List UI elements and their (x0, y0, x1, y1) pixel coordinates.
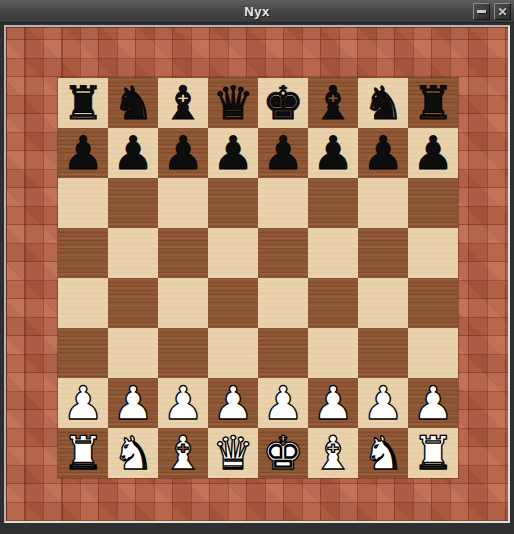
square-d2[interactable]: ♟ (208, 378, 258, 428)
square-h2[interactable]: ♟ (408, 378, 458, 428)
square-d3[interactable] (208, 328, 258, 378)
square-h7[interactable]: ♟ (408, 128, 458, 178)
piece-white-rook: ♜ (62, 428, 103, 478)
piece-black-knight: ♞ (112, 78, 153, 128)
piece-white-knight: ♞ (112, 428, 153, 478)
piece-black-pawn: ♟ (112, 128, 153, 178)
square-a1[interactable]: ♜ (58, 428, 108, 478)
piece-white-pawn: ♟ (262, 378, 303, 428)
piece-black-pawn: ♟ (62, 128, 103, 178)
piece-black-pawn: ♟ (312, 128, 353, 178)
window-title: Nyx (244, 4, 269, 19)
square-e1[interactable]: ♚ (258, 428, 308, 478)
square-a6[interactable] (58, 178, 108, 228)
minimize-button[interactable] (473, 3, 490, 20)
square-d8[interactable]: ♛ (208, 78, 258, 128)
piece-black-pawn: ♟ (412, 128, 453, 178)
square-b2[interactable]: ♟ (108, 378, 158, 428)
piece-black-rook: ♜ (412, 78, 453, 128)
square-g4[interactable] (358, 278, 408, 328)
square-c8[interactable]: ♝ (158, 78, 208, 128)
square-d4[interactable] (208, 278, 258, 328)
square-c2[interactable]: ♟ (158, 378, 208, 428)
square-d6[interactable] (208, 178, 258, 228)
square-e6[interactable] (258, 178, 308, 228)
square-b7[interactable]: ♟ (108, 128, 158, 178)
square-d1[interactable]: ♛ (208, 428, 258, 478)
square-e2[interactable]: ♟ (258, 378, 308, 428)
piece-black-knight: ♞ (362, 78, 403, 128)
piece-white-bishop: ♝ (312, 428, 353, 478)
piece-white-pawn: ♟ (412, 378, 453, 428)
piece-white-king: ♚ (262, 428, 303, 478)
piece-white-pawn: ♟ (112, 378, 153, 428)
square-h6[interactable] (408, 178, 458, 228)
square-g1[interactable]: ♞ (358, 428, 408, 478)
square-b1[interactable]: ♞ (108, 428, 158, 478)
square-h1[interactable]: ♜ (408, 428, 458, 478)
piece-white-knight: ♞ (362, 428, 403, 478)
piece-white-pawn: ♟ (62, 378, 103, 428)
square-e7[interactable]: ♟ (258, 128, 308, 178)
square-c5[interactable] (158, 228, 208, 278)
square-g3[interactable] (358, 328, 408, 378)
piece-black-king: ♚ (262, 78, 303, 128)
square-h4[interactable] (408, 278, 458, 328)
piece-black-bishop: ♝ (162, 78, 203, 128)
square-a5[interactable] (58, 228, 108, 278)
square-f7[interactable]: ♟ (308, 128, 358, 178)
square-a7[interactable]: ♟ (58, 128, 108, 178)
square-g5[interactable] (358, 228, 408, 278)
close-icon: ✕ (497, 6, 507, 18)
square-f1[interactable]: ♝ (308, 428, 358, 478)
square-h3[interactable] (408, 328, 458, 378)
square-c6[interactable] (158, 178, 208, 228)
minimize-icon (477, 10, 486, 13)
square-e3[interactable] (258, 328, 308, 378)
square-e4[interactable] (258, 278, 308, 328)
square-b4[interactable] (108, 278, 158, 328)
square-c1[interactable]: ♝ (158, 428, 208, 478)
square-g2[interactable]: ♟ (358, 378, 408, 428)
piece-white-pawn: ♟ (162, 378, 203, 428)
square-f5[interactable] (308, 228, 358, 278)
square-b5[interactable] (108, 228, 158, 278)
square-a2[interactable]: ♟ (58, 378, 108, 428)
piece-white-pawn: ♟ (312, 378, 353, 428)
piece-white-rook: ♜ (412, 428, 453, 478)
piece-black-queen: ♛ (212, 78, 253, 128)
square-a4[interactable] (58, 278, 108, 328)
piece-white-pawn: ♟ (362, 378, 403, 428)
square-a8[interactable]: ♜ (58, 78, 108, 128)
square-h8[interactable]: ♜ (408, 78, 458, 128)
square-c4[interactable] (158, 278, 208, 328)
square-g7[interactable]: ♟ (358, 128, 408, 178)
square-e5[interactable] (258, 228, 308, 278)
square-b3[interactable] (108, 328, 158, 378)
square-d5[interactable] (208, 228, 258, 278)
square-e8[interactable]: ♚ (258, 78, 308, 128)
piece-white-bishop: ♝ (162, 428, 203, 478)
square-c7[interactable]: ♟ (158, 128, 208, 178)
square-g6[interactable] (358, 178, 408, 228)
piece-black-pawn: ♟ (212, 128, 253, 178)
square-f8[interactable]: ♝ (308, 78, 358, 128)
piece-white-pawn: ♟ (212, 378, 253, 428)
square-b6[interactable] (108, 178, 158, 228)
piece-white-queen: ♛ (212, 428, 253, 478)
square-c3[interactable] (158, 328, 208, 378)
square-b8[interactable]: ♞ (108, 78, 158, 128)
square-d7[interactable]: ♟ (208, 128, 258, 178)
piece-black-bishop: ♝ (312, 78, 353, 128)
close-button[interactable]: ✕ (494, 3, 511, 20)
chess-board: ♜♞♝♛♚♝♞♜♟♟♟♟♟♟♟♟♟♟♟♟♟♟♟♟♜♞♝♛♚♝♞♜ (58, 78, 458, 478)
square-g8[interactable]: ♞ (358, 78, 408, 128)
square-a3[interactable] (58, 328, 108, 378)
piece-black-pawn: ♟ (262, 128, 303, 178)
piece-black-rook: ♜ (62, 78, 103, 128)
square-f6[interactable] (308, 178, 358, 228)
square-f4[interactable] (308, 278, 358, 328)
square-h5[interactable] (408, 228, 458, 278)
piece-black-pawn: ♟ (162, 128, 203, 178)
square-f2[interactable]: ♟ (308, 378, 358, 428)
title-bar: Nyx (0, 0, 514, 23)
board-frame: ♜♞♝♛♚♝♞♜♟♟♟♟♟♟♟♟♟♟♟♟♟♟♟♟♜♞♝♛♚♝♞♜ (4, 25, 510, 523)
square-f3[interactable] (308, 328, 358, 378)
piece-black-pawn: ♟ (362, 128, 403, 178)
